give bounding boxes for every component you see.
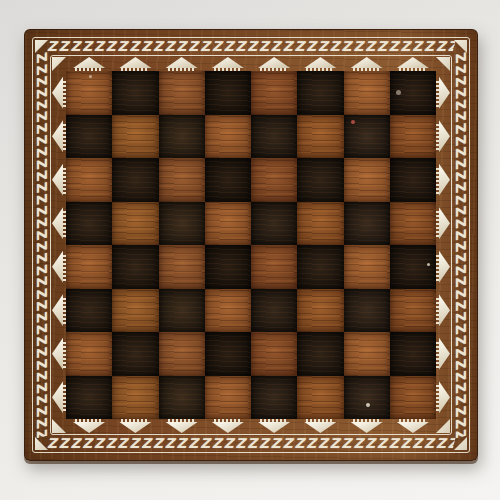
square-h3[interactable]	[390, 289, 436, 333]
pearl-triangle-inlay	[258, 57, 290, 71]
square-e3[interactable]	[251, 289, 297, 333]
square-c3[interactable]	[159, 289, 205, 333]
square-d3[interactable]	[205, 289, 251, 333]
square-f2[interactable]	[297, 332, 343, 376]
pearl-triangle-inlay	[304, 419, 336, 433]
square-f5[interactable]	[297, 202, 343, 246]
pearl-triangle-inlay	[397, 57, 429, 71]
pearl-triangle-inlay	[304, 57, 336, 71]
square-e7[interactable]	[251, 115, 297, 159]
pearl-corner-inlay	[52, 419, 66, 433]
pearl-triangle-row-bottom	[66, 419, 436, 433]
square-b6[interactable]	[112, 158, 158, 202]
square-g2[interactable]	[344, 332, 390, 376]
square-d4[interactable]	[205, 245, 251, 289]
square-a2[interactable]	[66, 332, 112, 376]
square-h7[interactable]	[390, 115, 436, 159]
pearl-triangle-inlay	[52, 338, 66, 370]
pearl-triangle-inlay	[52, 77, 66, 109]
pearl-triangle-inlay	[212, 419, 244, 433]
square-a1[interactable]	[66, 376, 112, 420]
pearl-triangle-inlay	[52, 207, 66, 239]
square-g7[interactable]	[344, 115, 390, 159]
square-f1[interactable]	[297, 376, 343, 420]
square-c1[interactable]	[159, 376, 205, 420]
square-e6[interactable]	[251, 158, 297, 202]
pearl-triangle-inlay	[119, 419, 151, 433]
square-d5[interactable]	[205, 202, 251, 246]
pearl-triangle-inlay	[166, 419, 198, 433]
square-b8[interactable]	[112, 71, 158, 115]
pearl-triangle-inlay	[436, 251, 450, 283]
square-b2[interactable]	[112, 332, 158, 376]
square-g4[interactable]	[344, 245, 390, 289]
square-b1[interactable]	[112, 376, 158, 420]
square-h2[interactable]	[390, 332, 436, 376]
pearl-triangle-inlay	[351, 57, 383, 71]
pearl-triangle-inlay	[52, 381, 66, 413]
pearl-triangle-inlay	[436, 207, 450, 239]
pearl-triangle-inlay	[52, 120, 66, 152]
chain-inlay-border-left: ZZZZZZZZZZZZZZZZZZZZZZZZZZZZZZZZZZZZZZZZ…	[35, 51, 48, 438]
pearl-triangle-inlay	[436, 294, 450, 326]
board-grid	[66, 71, 436, 419]
chain-corner-inlay	[454, 437, 467, 450]
square-c7[interactable]	[159, 115, 205, 159]
square-g1[interactable]	[344, 376, 390, 420]
square-f3[interactable]	[297, 289, 343, 333]
square-h8[interactable]	[390, 71, 436, 115]
pearl-triangle-inlay	[52, 164, 66, 196]
pearl-triangle-inlay	[436, 120, 450, 152]
square-d2[interactable]	[205, 332, 251, 376]
pearl-triangle-inlay	[351, 419, 383, 433]
square-c8[interactable]	[159, 71, 205, 115]
square-h5[interactable]	[390, 202, 436, 246]
pearl-triangle-inlay	[73, 57, 105, 71]
pearl-triangle-inlay	[73, 419, 105, 433]
square-d8[interactable]	[205, 71, 251, 115]
square-b5[interactable]	[112, 202, 158, 246]
square-b3[interactable]	[112, 289, 158, 333]
square-a4[interactable]	[66, 245, 112, 289]
pearl-triangle-inlay	[258, 419, 290, 433]
pearl-triangle-inlay	[436, 77, 450, 109]
square-d1[interactable]	[205, 376, 251, 420]
square-a7[interactable]	[66, 115, 112, 159]
square-h4[interactable]	[390, 245, 436, 289]
pearl-corner-inlay	[436, 419, 450, 433]
square-e4[interactable]	[251, 245, 297, 289]
pearl-triangle-inlay	[212, 57, 244, 71]
pearl-corner-inlay	[52, 57, 66, 71]
square-c5[interactable]	[159, 202, 205, 246]
square-a3[interactable]	[66, 289, 112, 333]
chain-inlay-border-bottom: ZZZZZZZZZZZZZZZZZZZZZZZZZZZZZZZZZZZZZZZZ…	[46, 437, 455, 450]
pearl-triangle-inlay	[52, 294, 66, 326]
square-h6[interactable]	[390, 158, 436, 202]
square-f4[interactable]	[297, 245, 343, 289]
square-e8[interactable]	[251, 71, 297, 115]
square-g8[interactable]	[344, 71, 390, 115]
square-a6[interactable]	[66, 158, 112, 202]
chain-inlay-border-right: ZZZZZZZZZZZZZZZZZZZZZZZZZZZZZZZZZZZZZZZZ…	[454, 51, 467, 438]
square-g5[interactable]	[344, 202, 390, 246]
pearl-triangle-inlay	[436, 164, 450, 196]
square-g3[interactable]	[344, 289, 390, 333]
square-d6[interactable]	[205, 158, 251, 202]
square-b7[interactable]	[112, 115, 158, 159]
square-e2[interactable]	[251, 332, 297, 376]
square-b4[interactable]	[112, 245, 158, 289]
pearl-triangle-inlay	[166, 57, 198, 71]
square-c6[interactable]	[159, 158, 205, 202]
pearl-triangle-inlay	[52, 251, 66, 283]
pearl-triangle-column-right	[436, 71, 450, 419]
square-f8[interactable]	[297, 71, 343, 115]
square-f6[interactable]	[297, 158, 343, 202]
pearl-triangle-inlay	[436, 338, 450, 370]
square-a8[interactable]	[66, 71, 112, 115]
pearl-triangle-inlay	[436, 381, 450, 413]
square-g6[interactable]	[344, 158, 390, 202]
square-a5[interactable]	[66, 202, 112, 246]
square-h1[interactable]	[390, 376, 436, 420]
square-c2[interactable]	[159, 332, 205, 376]
square-e1[interactable]	[251, 376, 297, 420]
photo-background: ZZZZZZZZZZZZZZZZZZZZZZZZZZZZZZZZZZZZZZZZ…	[0, 0, 500, 500]
square-e5[interactable]	[251, 202, 297, 246]
pearl-corner-inlay	[436, 57, 450, 71]
chain-inlay-border-top: ZZZZZZZZZZZZZZZZZZZZZZZZZZZZZZZZZZZZZZZZ…	[46, 40, 455, 53]
square-c4[interactable]	[159, 245, 205, 289]
square-f7[interactable]	[297, 115, 343, 159]
pearl-triangle-row-top	[66, 57, 436, 71]
pearl-triangle-column-left	[52, 71, 66, 419]
pearl-triangle-inlay	[119, 57, 151, 71]
pearl-triangle-inlay	[397, 419, 429, 433]
chessboard: ZZZZZZZZZZZZZZZZZZZZZZZZZZZZZZZZZZZZZZZZ…	[24, 29, 478, 461]
square-d7[interactable]	[205, 115, 251, 159]
